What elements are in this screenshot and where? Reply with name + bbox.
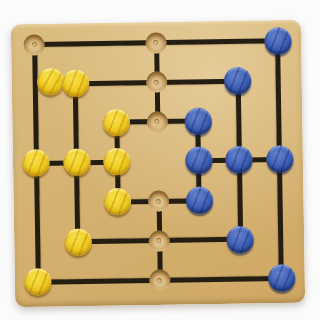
hole-d3 — [148, 190, 169, 211]
blue-piece-f2[interactable] — [227, 226, 254, 253]
point-g4[interactable] — [259, 139, 300, 179]
point-b2[interactable] — [57, 222, 98, 262]
point-e3[interactable] — [179, 180, 220, 220]
point-f6[interactable] — [217, 61, 258, 101]
point-d3[interactable] — [138, 181, 179, 221]
point-c3[interactable] — [97, 182, 138, 222]
hole-d1 — [149, 270, 170, 291]
point-f4[interactable] — [218, 140, 259, 180]
yellow-piece-c5[interactable] — [103, 109, 130, 136]
points-layer — [14, 21, 302, 302]
yellow-piece-c4[interactable] — [104, 148, 131, 175]
blue-piece-e5[interactable] — [184, 108, 211, 135]
blue-piece-e3[interactable] — [185, 187, 212, 214]
blue-piece-f6[interactable] — [224, 67, 251, 94]
blue-piece-f4[interactable] — [225, 146, 252, 173]
point-d7[interactable] — [135, 23, 176, 63]
point-d2[interactable] — [139, 221, 180, 261]
point-a4[interactable] — [16, 143, 57, 183]
point-c5[interactable] — [96, 102, 137, 142]
board-grid — [14, 21, 302, 302]
point-e5[interactable] — [177, 101, 218, 141]
blue-piece-e4[interactable] — [185, 147, 212, 174]
yellow-piece-a4[interactable] — [23, 150, 50, 177]
hole-d7 — [145, 32, 166, 53]
point-a1[interactable] — [18, 262, 59, 302]
point-b6[interactable] — [55, 64, 96, 104]
hole-d5 — [147, 111, 168, 132]
point-d6[interactable] — [136, 62, 177, 102]
hole-d2 — [149, 230, 170, 251]
yellow-piece-c3[interactable] — [104, 188, 131, 215]
point-g7[interactable] — [257, 21, 298, 61]
morris-board — [11, 20, 305, 308]
point-g1[interactable] — [261, 258, 302, 298]
hole-d6 — [146, 72, 167, 93]
yellow-piece-b4[interactable] — [63, 149, 90, 176]
point-e4[interactable] — [178, 141, 219, 181]
point-c4[interactable] — [97, 142, 138, 182]
yellow-piece-b6[interactable] — [62, 70, 89, 97]
blue-piece-g1[interactable] — [268, 265, 295, 292]
point-f2[interactable] — [220, 219, 261, 259]
yellow-piece-a1[interactable] — [24, 268, 51, 295]
yellow-piece-b2[interactable] — [64, 228, 91, 255]
point-a7[interactable] — [14, 25, 55, 65]
point-b4[interactable] — [56, 143, 97, 183]
point-d5[interactable] — [137, 102, 178, 142]
blue-piece-g4[interactable] — [266, 146, 293, 173]
blue-piece-g7[interactable] — [264, 27, 291, 54]
point-d1[interactable] — [139, 260, 180, 300]
photo-scene — [0, 0, 320, 320]
hole-a7 — [24, 34, 45, 55]
